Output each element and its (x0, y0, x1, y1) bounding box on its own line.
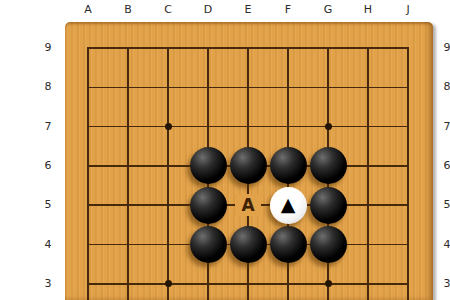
point-label-A[interactable]: A (235, 194, 261, 216)
row-label-left-8: 8 (38, 81, 58, 93)
grid-line-row-3 (87, 283, 409, 285)
col-label-G: G (318, 4, 338, 16)
row-label-left-5: 5 (38, 199, 58, 211)
col-label-F: F (278, 4, 298, 16)
col-label-D: D (198, 4, 218, 16)
row-label-left-3: 3 (38, 278, 58, 290)
row-label-left-9: 9 (38, 42, 58, 54)
col-label-H: H (358, 4, 378, 16)
col-label-B: B (118, 4, 138, 16)
grid-line-row-8 (87, 87, 409, 89)
stone-black-F6 (270, 147, 307, 184)
col-label-J: J (398, 4, 418, 16)
star-point-G3 (325, 280, 332, 287)
stone-white-F5: ▲ (270, 187, 307, 224)
star-point-C3 (165, 280, 172, 287)
row-label-left-4: 4 (38, 239, 58, 251)
stone-black-D4 (190, 226, 227, 263)
col-label-A: A (78, 4, 98, 16)
star-point-G7 (325, 123, 332, 130)
row-label-right-9: 9 (437, 42, 450, 54)
stone-black-D6 (190, 147, 227, 184)
stone-black-F4 (270, 226, 307, 263)
row-label-left-6: 6 (38, 160, 58, 172)
row-label-right-8: 8 (437, 81, 450, 93)
triangle-marker: ▲ (281, 195, 296, 214)
grid-line-row-7 (87, 126, 409, 128)
row-label-left-7: 7 (38, 121, 58, 133)
col-label-E: E (238, 4, 258, 16)
stone-black-D5 (190, 187, 227, 224)
stone-black-E4 (230, 226, 267, 263)
star-point-C7 (165, 123, 172, 130)
stone-black-E6 (230, 147, 267, 184)
row-label-right-7: 7 (437, 121, 450, 133)
row-label-right-3: 3 (437, 278, 450, 290)
row-label-right-5: 5 (437, 199, 450, 211)
row-label-right-6: 6 (437, 160, 450, 172)
grid-line-row-9 (87, 47, 409, 49)
go-board-diagram: ABCDEFGHJ98765439876543▲A (0, 0, 450, 300)
stone-black-G4 (310, 226, 347, 263)
stone-black-G6 (310, 147, 347, 184)
row-label-right-4: 4 (437, 239, 450, 251)
col-label-C: C (158, 4, 178, 16)
stone-black-G5 (310, 187, 347, 224)
